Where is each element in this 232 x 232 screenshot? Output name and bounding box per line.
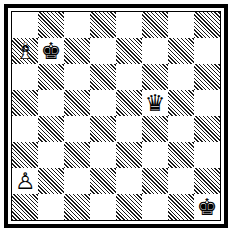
- square-a2[interactable]: ♟♙: [12, 168, 38, 194]
- square-d1[interactable]: [90, 194, 116, 220]
- square-g4[interactable]: [168, 116, 194, 142]
- square-f2[interactable]: [142, 168, 168, 194]
- square-g2[interactable]: [168, 168, 194, 194]
- square-b1[interactable]: [38, 194, 64, 220]
- square-d2[interactable]: [90, 168, 116, 194]
- square-d4[interactable]: [90, 116, 116, 142]
- square-e5[interactable]: [116, 90, 142, 116]
- square-f7[interactable]: [142, 38, 168, 64]
- square-d8[interactable]: [90, 12, 116, 38]
- square-a8[interactable]: [12, 12, 38, 38]
- square-f5[interactable]: ♛: [142, 90, 168, 116]
- square-h2[interactable]: [194, 168, 220, 194]
- square-a5[interactable]: [12, 90, 38, 116]
- square-g1[interactable]: [168, 194, 194, 220]
- square-e2[interactable]: [116, 168, 142, 194]
- square-a1[interactable]: [12, 194, 38, 220]
- square-e3[interactable]: [116, 142, 142, 168]
- square-b6[interactable]: [38, 64, 64, 90]
- square-h6[interactable]: [194, 64, 220, 90]
- square-a7[interactable]: ♝♗: [12, 38, 38, 64]
- square-b7[interactable]: ♚: [38, 38, 64, 64]
- square-a6[interactable]: [12, 64, 38, 90]
- square-c3[interactable]: [64, 142, 90, 168]
- square-f1[interactable]: [142, 194, 168, 220]
- square-c2[interactable]: [64, 168, 90, 194]
- square-a4[interactable]: [12, 116, 38, 142]
- square-h5[interactable]: [194, 90, 220, 116]
- square-g7[interactable]: [168, 38, 194, 64]
- square-a3[interactable]: [12, 142, 38, 168]
- square-g8[interactable]: [168, 12, 194, 38]
- chess-board: ♝♗♚♛♟♙♚: [12, 12, 220, 220]
- black-king[interactable]: ♚: [38, 38, 64, 64]
- square-f3[interactable]: [142, 142, 168, 168]
- white-pawn[interactable]: ♟♙: [12, 168, 38, 194]
- square-h7[interactable]: [194, 38, 220, 64]
- square-h4[interactable]: [194, 116, 220, 142]
- square-c6[interactable]: [64, 64, 90, 90]
- square-c1[interactable]: [64, 194, 90, 220]
- square-d7[interactable]: [90, 38, 116, 64]
- square-d6[interactable]: [90, 64, 116, 90]
- square-b3[interactable]: [38, 142, 64, 168]
- square-g3[interactable]: [168, 142, 194, 168]
- square-c8[interactable]: [64, 12, 90, 38]
- square-b2[interactable]: [38, 168, 64, 194]
- pawn-icon: ♙: [12, 168, 38, 194]
- square-h3[interactable]: [194, 142, 220, 168]
- square-h1[interactable]: ♚: [194, 194, 220, 220]
- board-frame: ♝♗♚♛♟♙♚: [11, 11, 221, 221]
- black-king[interactable]: ♚: [194, 194, 220, 220]
- square-d5[interactable]: [90, 90, 116, 116]
- square-f4[interactable]: [142, 116, 168, 142]
- square-h8[interactable]: [194, 12, 220, 38]
- square-f8[interactable]: [142, 12, 168, 38]
- square-e1[interactable]: [116, 194, 142, 220]
- square-e7[interactable]: [116, 38, 142, 64]
- square-e4[interactable]: [116, 116, 142, 142]
- square-f6[interactable]: [142, 64, 168, 90]
- square-b5[interactable]: [38, 90, 64, 116]
- square-b8[interactable]: [38, 12, 64, 38]
- square-b4[interactable]: [38, 116, 64, 142]
- square-c4[interactable]: [64, 116, 90, 142]
- square-d3[interactable]: [90, 142, 116, 168]
- white-bishop[interactable]: ♝♗: [12, 38, 38, 64]
- bishop-icon: ♗: [12, 38, 38, 64]
- square-g5[interactable]: [168, 90, 194, 116]
- square-e6[interactable]: [116, 64, 142, 90]
- black-queen[interactable]: ♛: [142, 90, 168, 116]
- square-c7[interactable]: [64, 38, 90, 64]
- square-g6[interactable]: [168, 64, 194, 90]
- square-e8[interactable]: [116, 12, 142, 38]
- chess-diagram: ♝♗♚♛♟♙♚: [4, 4, 228, 228]
- square-c5[interactable]: [64, 90, 90, 116]
